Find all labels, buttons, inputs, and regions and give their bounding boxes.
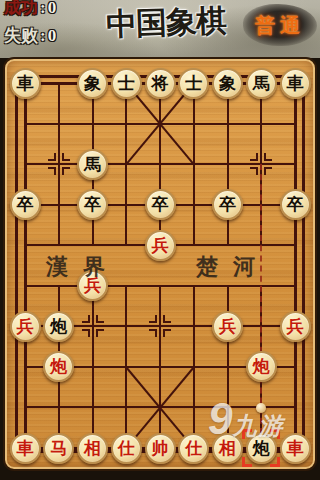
piece-red-elephant[interactable]: 相 xyxy=(212,433,243,464)
piece-glyph: 車 xyxy=(287,75,304,92)
piece-black-cannon[interactable]: 炮 xyxy=(43,311,74,342)
piece-glyph: 兵 xyxy=(152,237,169,254)
grid-line xyxy=(227,285,229,449)
piece-black-chariot[interactable]: 車 xyxy=(280,68,311,99)
piece-black-elephant[interactable]: 象 xyxy=(77,68,108,99)
piece-glyph: 象 xyxy=(84,75,101,92)
grid-line xyxy=(159,285,161,449)
piece-glyph: 卒 xyxy=(219,196,236,213)
piece-glyph: 卒 xyxy=(84,196,101,213)
app-screen: 成功:0 失败:0 中国象棋 普通 車象士将士象馬車馬卒卒卒卒卒兵兵兵炮兵兵炮炮… xyxy=(0,0,320,480)
piece-glyph: 馬 xyxy=(253,75,270,92)
selection-bracket xyxy=(270,429,280,439)
grid-line xyxy=(92,285,94,449)
grid-line xyxy=(24,82,27,449)
piece-glyph: 卒 xyxy=(17,196,34,213)
piece-glyph: 象 xyxy=(219,75,236,92)
piece-glyph: 将 xyxy=(152,75,169,92)
point-marker xyxy=(149,315,157,323)
river-label-han: 漢界 xyxy=(46,252,120,282)
piece-glyph: 马 xyxy=(50,440,67,457)
piece-glyph: 卒 xyxy=(287,196,304,213)
piece-glyph: 士 xyxy=(118,75,135,92)
piece-glyph: 仕 xyxy=(118,440,135,457)
piece-red-soldier[interactable]: 兵 xyxy=(212,311,243,342)
piece-glyph: 馬 xyxy=(84,156,101,173)
piece-glyph: 炮 xyxy=(253,358,270,375)
piece-black-soldier[interactable]: 卒 xyxy=(77,189,108,220)
piece-red-advisor[interactable]: 仕 xyxy=(111,433,142,464)
piece-red-chariot[interactable]: 車 xyxy=(10,433,41,464)
point-marker xyxy=(264,167,272,175)
piece-glyph: 帅 xyxy=(152,440,169,457)
piece-red-elephant[interactable]: 相 xyxy=(77,433,108,464)
point-marker xyxy=(62,167,70,175)
piece-glyph: 相 xyxy=(84,440,101,457)
piece-glyph: 兵 xyxy=(287,318,304,335)
river-label-chu: 楚河 xyxy=(196,252,270,282)
grid-line xyxy=(159,82,161,246)
point-marker xyxy=(48,153,56,161)
piece-red-advisor[interactable]: 仕 xyxy=(178,433,209,464)
grid-line xyxy=(58,82,60,246)
selection-bracket xyxy=(242,457,252,467)
point-marker xyxy=(62,153,70,161)
piece-black-elephant[interactable]: 象 xyxy=(212,68,243,99)
point-marker xyxy=(264,153,272,161)
point-marker xyxy=(163,329,171,337)
piece-red-soldier[interactable]: 兵 xyxy=(10,311,41,342)
piece-glyph: 車 xyxy=(17,440,34,457)
point-marker xyxy=(96,315,104,323)
point-marker xyxy=(82,329,90,337)
piece-black-general[interactable]: 将 xyxy=(145,68,176,99)
point-marker xyxy=(250,153,258,161)
piece-glyph: 士 xyxy=(185,75,202,92)
piece-black-soldier[interactable]: 卒 xyxy=(145,189,176,220)
point-marker xyxy=(96,329,104,337)
piece-red-horse[interactable]: 马 xyxy=(43,433,74,464)
piece-black-advisor[interactable]: 士 xyxy=(178,68,209,99)
point-marker xyxy=(163,315,171,323)
piece-red-general[interactable]: 帅 xyxy=(145,433,176,464)
piece-glyph: 車 xyxy=(17,75,34,92)
selection-bracket xyxy=(270,457,280,467)
piece-glyph: 兵 xyxy=(17,318,34,335)
piece-black-soldier[interactable]: 卒 xyxy=(212,189,243,220)
piece-glyph: 炮 xyxy=(253,440,270,457)
selection-bracket xyxy=(242,429,252,439)
point-marker xyxy=(48,167,56,175)
point-marker xyxy=(82,315,90,323)
grid-line xyxy=(294,82,297,449)
grid-line xyxy=(227,82,229,246)
piece-black-advisor[interactable]: 士 xyxy=(111,68,142,99)
board-layer: 車象士将士象馬車馬卒卒卒卒卒兵兵兵炮兵兵炮炮車马相仕帅仕相炮車 xyxy=(0,0,320,480)
piece-red-soldier[interactable]: 兵 xyxy=(145,230,176,261)
piece-red-chariot[interactable]: 車 xyxy=(280,433,311,464)
piece-black-soldier[interactable]: 卒 xyxy=(280,189,311,220)
last-move-trail xyxy=(260,164,262,434)
piece-glyph: 車 xyxy=(287,440,304,457)
piece-black-horse[interactable]: 馬 xyxy=(246,68,277,99)
point-marker xyxy=(149,329,157,337)
piece-glyph: 炮 xyxy=(50,358,67,375)
piece-red-soldier[interactable]: 兵 xyxy=(280,311,311,342)
piece-glyph: 兵 xyxy=(219,318,236,335)
piece-black-chariot[interactable]: 車 xyxy=(10,68,41,99)
piece-glyph: 卒 xyxy=(152,196,169,213)
piece-black-soldier[interactable]: 卒 xyxy=(10,189,41,220)
point-marker xyxy=(250,167,258,175)
piece-glyph: 相 xyxy=(219,440,236,457)
piece-glyph: 仕 xyxy=(185,440,202,457)
piece-glyph: 炮 xyxy=(50,318,67,335)
piece-black-horse[interactable]: 馬 xyxy=(77,149,108,180)
piece-red-cannon[interactable]: 炮 xyxy=(246,351,277,382)
